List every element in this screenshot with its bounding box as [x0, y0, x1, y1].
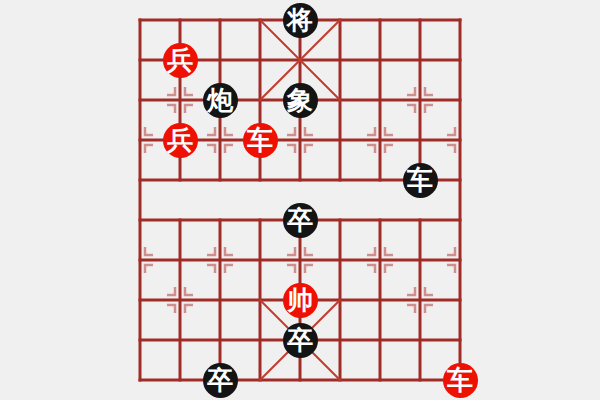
piece-black-soldier[interactable]: 卒	[283, 203, 318, 238]
piece-red-general[interactable]: 帅	[283, 283, 318, 318]
piece-red-soldier[interactable]: 兵	[163, 43, 198, 78]
piece-black-elephant[interactable]: 象	[283, 83, 318, 118]
piece-black-cannon[interactable]: 炮	[203, 83, 238, 118]
piece-black-general[interactable]: 将	[283, 3, 318, 38]
piece-red-chariot[interactable]: 车	[443, 363, 478, 398]
piece-red-chariot[interactable]: 车	[243, 123, 278, 158]
piece-black-chariot[interactable]: 车	[403, 163, 438, 198]
piece-red-soldier[interactable]: 兵	[163, 123, 198, 158]
xiangqi-diagram: 将兵炮象兵车车卒帅卒卒车	[0, 0, 600, 400]
piece-black-soldier[interactable]: 卒	[283, 323, 318, 358]
xiangqi-board[interactable]: 将兵炮象兵车车卒帅卒卒车	[120, 0, 480, 400]
piece-black-soldier[interactable]: 卒	[203, 363, 238, 398]
